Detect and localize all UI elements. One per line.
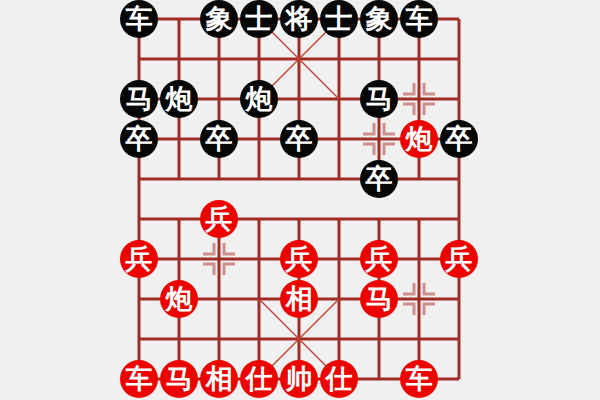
piece-black-cannon[interactable]: 炮 — [160, 80, 198, 118]
piece-red-soldier[interactable]: 兵 — [440, 240, 478, 278]
piece-red-horse[interactable]: 马 — [360, 280, 398, 318]
piece-red-soldier[interactable]: 兵 — [280, 240, 318, 278]
piece-black-chariot[interactable]: 车 — [400, 0, 438, 38]
piece-black-advisor[interactable]: 士 — [320, 0, 358, 38]
piece-black-soldier[interactable]: 卒 — [280, 120, 318, 158]
xiangqi-board[interactable]: 车象士将士象车马炮炮马卒卒卒炮卒卒兵兵兵兵兵炮相马车马相仕帅仕车 — [0, 0, 600, 400]
piece-black-horse[interactable]: 马 — [120, 80, 158, 118]
piece-black-elephant[interactable]: 象 — [200, 0, 238, 38]
piece-red-elephant[interactable]: 相 — [200, 360, 238, 398]
piece-red-chariot[interactable]: 车 — [120, 360, 158, 398]
piece-black-horse[interactable]: 马 — [360, 80, 398, 118]
pieces-layer: 车象士将士象车马炮炮马卒卒卒炮卒卒兵兵兵兵兵炮相马车马相仕帅仕车 — [119, 0, 479, 399]
piece-black-general[interactable]: 将 — [280, 0, 318, 38]
piece-red-soldier[interactable]: 兵 — [200, 200, 238, 238]
piece-red-elephant[interactable]: 相 — [280, 280, 318, 318]
piece-black-soldier[interactable]: 卒 — [360, 160, 398, 198]
piece-red-advisor[interactable]: 仕 — [240, 360, 278, 398]
piece-red-soldier[interactable]: 兵 — [120, 240, 158, 278]
piece-black-soldier[interactable]: 卒 — [200, 120, 238, 158]
piece-red-cannon[interactable]: 炮 — [400, 120, 438, 158]
piece-black-soldier[interactable]: 卒 — [440, 120, 478, 158]
piece-red-general[interactable]: 帅 — [280, 360, 318, 398]
piece-black-elephant[interactable]: 象 — [360, 0, 398, 38]
piece-red-soldier[interactable]: 兵 — [360, 240, 398, 278]
piece-black-chariot[interactable]: 车 — [120, 0, 158, 38]
piece-red-chariot[interactable]: 车 — [400, 360, 438, 398]
piece-black-advisor[interactable]: 士 — [240, 0, 278, 38]
piece-red-cannon[interactable]: 炮 — [160, 280, 198, 318]
piece-black-soldier[interactable]: 卒 — [120, 120, 158, 158]
piece-red-horse[interactable]: 马 — [160, 360, 198, 398]
piece-black-cannon[interactable]: 炮 — [240, 80, 278, 118]
piece-red-advisor[interactable]: 仕 — [320, 360, 358, 398]
